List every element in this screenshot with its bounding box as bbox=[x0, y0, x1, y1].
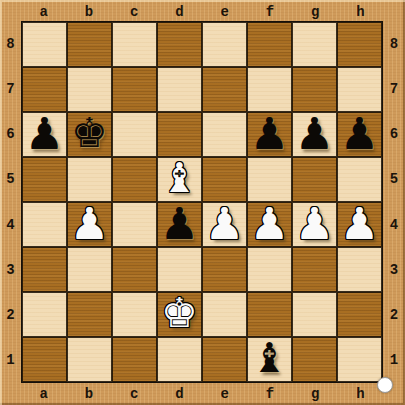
rank-label-5: 5 bbox=[383, 157, 405, 202]
square-h1[interactable] bbox=[337, 337, 382, 382]
square-c7[interactable] bbox=[112, 67, 157, 112]
file-label-d: d bbox=[157, 0, 202, 21]
rank-label-6: 6 bbox=[0, 112, 21, 157]
square-f1[interactable]: ♝ bbox=[247, 337, 292, 382]
square-c3[interactable] bbox=[112, 247, 157, 292]
square-f6[interactable]: ♟ bbox=[247, 112, 292, 157]
square-g4[interactable]: ♟ bbox=[292, 202, 337, 247]
square-g7[interactable] bbox=[292, 67, 337, 112]
white-to-move-indicator bbox=[377, 377, 393, 393]
file-label-b: b bbox=[66, 383, 111, 404]
black-bishop[interactable]: ♝ bbox=[251, 338, 288, 379]
file-label-g: g bbox=[293, 0, 338, 21]
file-labels-top: abcdefgh bbox=[21, 0, 383, 21]
square-e5[interactable] bbox=[202, 157, 247, 202]
file-label-f: f bbox=[247, 0, 292, 21]
chess-board-frame: abcdefgh abcdefgh 87654321 87654321 ♟♚♟♟… bbox=[0, 0, 405, 405]
square-d8[interactable] bbox=[157, 22, 202, 67]
square-g2[interactable] bbox=[292, 292, 337, 337]
square-a6[interactable]: ♟ bbox=[22, 112, 67, 157]
file-label-e: e bbox=[202, 0, 247, 21]
square-d5[interactable]: ♝ bbox=[157, 157, 202, 202]
black-pawn[interactable]: ♟ bbox=[295, 112, 334, 156]
square-h7[interactable] bbox=[337, 67, 382, 112]
square-h8[interactable] bbox=[337, 22, 382, 67]
rank-label-5: 5 bbox=[0, 157, 21, 202]
square-g3[interactable] bbox=[292, 247, 337, 292]
file-label-c: c bbox=[112, 0, 157, 21]
white-pawn[interactable]: ♟ bbox=[70, 202, 109, 246]
square-a4[interactable] bbox=[22, 202, 67, 247]
rank-label-4: 4 bbox=[383, 202, 405, 247]
square-b2[interactable] bbox=[67, 292, 112, 337]
black-king[interactable]: ♚ bbox=[71, 113, 108, 154]
square-g5[interactable] bbox=[292, 157, 337, 202]
square-a2[interactable] bbox=[22, 292, 67, 337]
black-pawn[interactable]: ♟ bbox=[340, 112, 379, 156]
square-f7[interactable] bbox=[247, 67, 292, 112]
file-label-e: e bbox=[202, 383, 247, 404]
square-b4[interactable]: ♟ bbox=[67, 202, 112, 247]
square-a3[interactable] bbox=[22, 247, 67, 292]
square-a7[interactable] bbox=[22, 67, 67, 112]
square-e2[interactable] bbox=[202, 292, 247, 337]
rank-labels-right: 87654321 bbox=[383, 21, 405, 383]
file-label-c: c bbox=[112, 383, 157, 404]
rank-label-7: 7 bbox=[0, 66, 21, 111]
square-h2[interactable] bbox=[337, 292, 382, 337]
square-b5[interactable] bbox=[67, 157, 112, 202]
white-pawn[interactable]: ♟ bbox=[205, 202, 244, 246]
file-label-d: d bbox=[157, 383, 202, 404]
square-h4[interactable]: ♟ bbox=[337, 202, 382, 247]
square-f8[interactable] bbox=[247, 22, 292, 67]
square-g6[interactable]: ♟ bbox=[292, 112, 337, 157]
square-d6[interactable] bbox=[157, 112, 202, 157]
square-f4[interactable]: ♟ bbox=[247, 202, 292, 247]
rank-label-4: 4 bbox=[0, 202, 21, 247]
square-a8[interactable] bbox=[22, 22, 67, 67]
square-c2[interactable] bbox=[112, 292, 157, 337]
rank-label-2: 2 bbox=[383, 293, 405, 338]
rank-label-3: 3 bbox=[383, 247, 405, 292]
square-b3[interactable] bbox=[67, 247, 112, 292]
file-label-h: h bbox=[338, 0, 383, 21]
white-pawn[interactable]: ♟ bbox=[340, 202, 379, 246]
square-f5[interactable] bbox=[247, 157, 292, 202]
rank-label-1: 1 bbox=[0, 338, 21, 383]
square-b1[interactable] bbox=[67, 337, 112, 382]
square-h3[interactable] bbox=[337, 247, 382, 292]
square-e3[interactable] bbox=[202, 247, 247, 292]
file-label-b: b bbox=[66, 0, 111, 21]
rank-label-7: 7 bbox=[383, 66, 405, 111]
square-c4[interactable] bbox=[112, 202, 157, 247]
square-e1[interactable] bbox=[202, 337, 247, 382]
white-pawn[interactable]: ♟ bbox=[250, 202, 289, 246]
square-e7[interactable] bbox=[202, 67, 247, 112]
square-h5[interactable] bbox=[337, 157, 382, 202]
square-c8[interactable] bbox=[112, 22, 157, 67]
rank-label-8: 8 bbox=[383, 21, 405, 66]
square-f2[interactable] bbox=[247, 292, 292, 337]
chess-board: ♟♚♟♟♟♝♟♟♟♟♟♟♚♝ bbox=[21, 21, 383, 383]
square-g1[interactable] bbox=[292, 337, 337, 382]
square-c6[interactable] bbox=[112, 112, 157, 157]
black-pawn[interactable]: ♟ bbox=[160, 202, 199, 246]
square-c5[interactable] bbox=[112, 157, 157, 202]
file-label-a: a bbox=[21, 0, 66, 21]
square-h6[interactable]: ♟ bbox=[337, 112, 382, 157]
square-a5[interactable] bbox=[22, 157, 67, 202]
square-e6[interactable] bbox=[202, 112, 247, 157]
white-pawn[interactable]: ♟ bbox=[295, 202, 334, 246]
file-label-f: f bbox=[247, 383, 292, 404]
square-a1[interactable] bbox=[22, 337, 67, 382]
square-d4[interactable]: ♟ bbox=[157, 202, 202, 247]
square-d3[interactable] bbox=[157, 247, 202, 292]
square-d2[interactable]: ♚ bbox=[157, 292, 202, 337]
square-b8[interactable] bbox=[67, 22, 112, 67]
file-label-g: g bbox=[293, 383, 338, 404]
rank-label-2: 2 bbox=[0, 293, 21, 338]
rank-label-8: 8 bbox=[0, 21, 21, 66]
rank-label-3: 3 bbox=[0, 247, 21, 292]
black-pawn[interactable]: ♟ bbox=[25, 112, 64, 156]
square-b7[interactable] bbox=[67, 67, 112, 112]
square-c1[interactable] bbox=[112, 337, 157, 382]
square-e8[interactable] bbox=[202, 22, 247, 67]
square-d7[interactable] bbox=[157, 67, 202, 112]
rank-labels-left: 87654321 bbox=[0, 21, 21, 383]
square-g8[interactable] bbox=[292, 22, 337, 67]
square-f3[interactable] bbox=[247, 247, 292, 292]
rank-label-6: 6 bbox=[383, 112, 405, 157]
file-label-a: a bbox=[21, 383, 66, 404]
square-e4[interactable]: ♟ bbox=[202, 202, 247, 247]
black-pawn[interactable]: ♟ bbox=[250, 112, 289, 156]
file-labels-bottom: abcdefgh bbox=[21, 383, 383, 404]
white-bishop[interactable]: ♝ bbox=[161, 158, 198, 199]
white-king[interactable]: ♚ bbox=[161, 293, 198, 334]
square-b6[interactable]: ♚ bbox=[67, 112, 112, 157]
square-d1[interactable] bbox=[157, 337, 202, 382]
